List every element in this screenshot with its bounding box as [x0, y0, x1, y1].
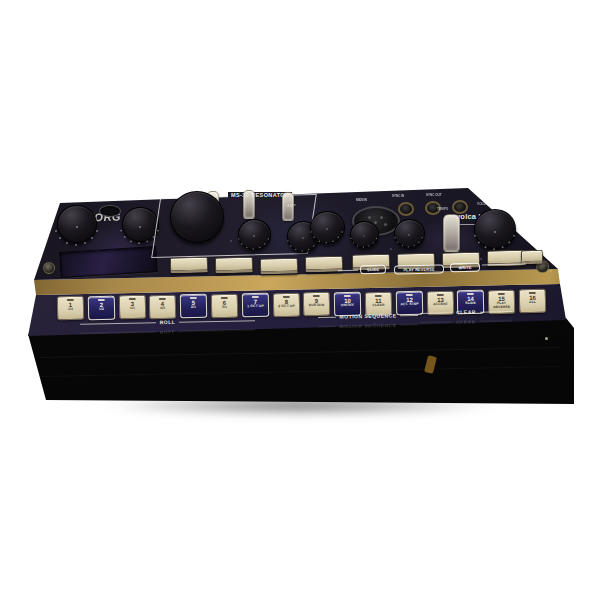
step-function-label: 4/3: [160, 307, 165, 311]
midi-pins: [374, 221, 377, 224]
power-button[interactable]: [99, 205, 121, 217]
step-led-3: [128, 298, 135, 300]
panel-button-2[interactable]: [215, 257, 253, 274]
panel-button-9[interactable]: [521, 250, 543, 264]
step-function-label: ACCENT: [433, 303, 448, 307]
step-pad-6[interactable]: 63/1: [211, 293, 238, 318]
step-led-10: [344, 295, 351, 297]
write-pill-label: WRITE: [450, 263, 480, 273]
step-led-15: [498, 293, 505, 295]
led-pipe: [282, 192, 294, 221]
step-pad-2[interactable]: 21/2: [88, 295, 115, 320]
step-function-label: ACT. STEP: [400, 303, 418, 307]
knob-resonator-tune[interactable]: [170, 191, 224, 243]
screw: [43, 262, 55, 274]
knob-tick-marks: [326, 228, 328, 230]
product-photo: KORG volca kick MS-20 RESONATOR AMP MIDI…: [0, 0, 600, 600]
step-led-6: [221, 297, 228, 299]
knob-tone[interactable]: [350, 221, 379, 248]
knob-volume[interactable]: [474, 209, 516, 249]
dust-speck: [545, 337, 548, 340]
step-pad-16[interactable]: 16ALL: [519, 289, 546, 314]
sync-out-label: SYNC OUT: [426, 193, 442, 197]
midi-in-label: MIDI IN: [356, 198, 367, 202]
step-pad-8[interactable]: 82 OCT UP: [272, 293, 299, 318]
knob-tick-marks: [494, 231, 496, 233]
volume-label: VOLUME: [477, 202, 491, 206]
knob-accent[interactable]: [394, 219, 425, 248]
panel-button-3[interactable]: [260, 258, 298, 275]
step-pad-7[interactable]: 71 OCT UP: [242, 293, 269, 318]
step-function-label: 1/4: [68, 308, 73, 312]
knob-tick-marks: [363, 235, 364, 236]
step-function-label: 1/1: [130, 307, 135, 311]
step-led-4: [159, 298, 166, 300]
headphone-jack: [452, 200, 468, 214]
step-pad-3[interactable]: 31/1: [118, 295, 145, 320]
knob-pulse-colour[interactable]: [57, 205, 97, 243]
tempo-label: TEMPO: [437, 207, 448, 211]
knob-resonator-bend[interactable]: [238, 219, 271, 250]
knob-tempo-clear[interactable]: [443, 214, 460, 252]
led-pipe: [243, 190, 255, 219]
step-led-12: [406, 294, 413, 296]
step-function-label: 1 OCT UP: [247, 306, 264, 310]
panel-dust: [60, 200, 62, 202]
step-led-11: [375, 294, 382, 296]
step-function-label: 2/1: [191, 307, 196, 311]
step-led-1: [67, 299, 74, 301]
step-led-2: [98, 298, 105, 300]
step-led-8: [282, 296, 289, 298]
slide-pill-label: SLIDE: [360, 265, 386, 275]
step-function-label: 2 OCT UP: [278, 305, 295, 309]
step-pad-1[interactable]: 11/4: [57, 296, 84, 321]
knob-tick-marks: [408, 234, 409, 235]
knob-tick-marks: [253, 235, 254, 236]
sync-in-label: SYNC IN: [392, 194, 404, 198]
step-function-label: SUSTAIN: [309, 305, 324, 309]
step-pad-5[interactable]: 52/1: [180, 294, 207, 319]
step-led-5: [190, 297, 197, 299]
step-function-label: 1/2: [99, 308, 104, 312]
step-function-label: SLIDE: [466, 302, 477, 306]
knob-drive[interactable]: [310, 211, 345, 244]
step-function-label: ON/OFF: [341, 304, 354, 308]
step-pad-4[interactable]: 44/3: [149, 294, 176, 319]
play-reverse-pill-label: PLAY REVERSE: [394, 264, 444, 274]
step-function-label: 3/1: [222, 306, 227, 310]
step-led-13: [436, 294, 443, 296]
knob-tick-marks: [76, 226, 78, 228]
step-function-label: ALL: [529, 302, 536, 306]
knob-tick-marks: [302, 237, 303, 238]
panel-button-1[interactable]: [170, 257, 208, 274]
knob-tick-marks: [139, 226, 141, 228]
sync-in-jack: [398, 202, 414, 216]
step-function-label: CLEAR: [372, 304, 384, 308]
